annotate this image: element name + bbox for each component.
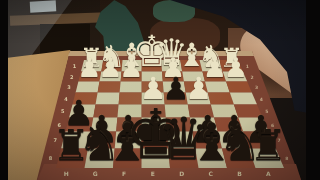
letterbox-bar-right (306, 0, 320, 180)
vignette-overlay (0, 0, 320, 180)
video-frame: ♜♞♝♚♛♝♞♜♟♟♟♟♟♟♟♟♟♟♟♟♟♟♟♟♜♞♝♚♛♝♞♜ HGFEDCB… (0, 0, 320, 180)
letterbox-bar-left (0, 0, 8, 180)
